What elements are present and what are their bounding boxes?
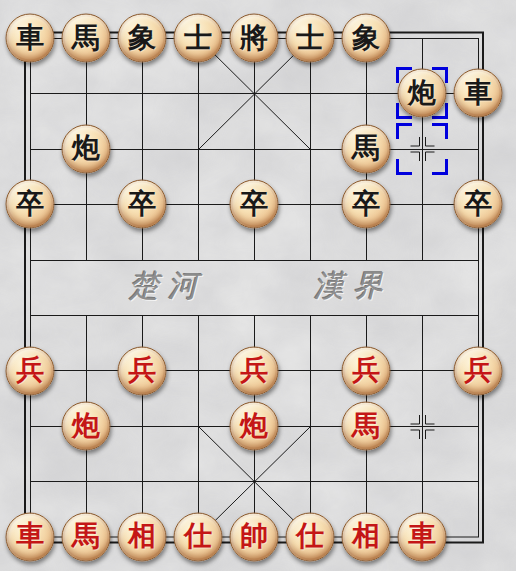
piece-red-advisor[interactable]: 仕 [174,512,223,561]
piece-black-soldier[interactable]: 卒 [454,180,503,229]
piece-character: 車 [16,23,44,51]
piece-character: 卒 [16,189,44,217]
piece-character: 仕 [296,522,324,550]
piece-character: 帥 [240,522,268,550]
piece-character: 卒 [352,189,380,217]
piece-black-general[interactable]: 將 [230,14,279,63]
piece-character: 車 [16,522,44,550]
piece-character: 車 [408,522,436,550]
piece-black-chariot[interactable]: 車 [6,14,55,63]
piece-character: 士 [184,23,212,51]
piece-black-elephant[interactable]: 象 [118,14,167,63]
piece-black-soldier[interactable]: 卒 [230,180,279,229]
piece-black-soldier[interactable]: 卒 [118,180,167,229]
piece-red-elephant[interactable]: 相 [342,512,391,561]
piece-black-cannon[interactable]: 炮 [398,69,447,118]
piece-red-soldier[interactable]: 兵 [118,346,167,395]
piece-red-soldier[interactable]: 兵 [6,346,55,395]
piece-character: 象 [128,23,156,51]
piece-red-general[interactable]: 帥 [230,512,279,561]
last-move-bracket [396,123,448,175]
piece-character: 兵 [16,356,44,384]
piece-black-advisor[interactable]: 士 [174,14,223,63]
piece-character: 將 [240,23,268,51]
piece-character: 相 [128,522,156,550]
piece-character: 兵 [128,356,156,384]
piece-black-horse[interactable]: 馬 [342,124,391,173]
piece-character: 卒 [464,189,492,217]
piece-black-chariot[interactable]: 車 [454,69,503,118]
piece-red-chariot[interactable]: 車 [398,512,447,561]
piece-character: 兵 [240,356,268,384]
piece-red-horse[interactable]: 馬 [62,512,111,561]
piece-black-horse[interactable]: 馬 [62,14,111,63]
piece-character: 兵 [352,356,380,384]
piece-red-horse[interactable]: 馬 [342,402,391,451]
piece-character: 士 [296,23,324,51]
piece-character: 車 [464,78,492,106]
piece-character: 相 [352,522,380,550]
piece-character: 馬 [72,522,100,550]
piece-character: 馬 [352,411,380,439]
piece-black-advisor[interactable]: 士 [286,14,335,63]
piece-character: 卒 [240,189,268,217]
piece-character: 仕 [184,522,212,550]
piece-black-cannon[interactable]: 炮 [62,124,111,173]
piece-character: 馬 [72,23,100,51]
piece-red-cannon[interactable]: 炮 [62,402,111,451]
piece-red-soldier[interactable]: 兵 [342,346,391,395]
piece-character: 炮 [72,134,100,162]
piece-red-soldier[interactable]: 兵 [230,346,279,395]
piece-black-elephant[interactable]: 象 [342,14,391,63]
piece-red-chariot[interactable]: 車 [6,512,55,561]
piece-red-elephant[interactable]: 相 [118,512,167,561]
piece-character: 卒 [128,189,156,217]
piece-character: 炮 [240,411,268,439]
board[interactable]: 車馬象士將士象炮車炮馬卒卒卒卒卒兵兵兵兵兵炮炮馬車馬相仕帥仕相車 [2,10,506,564]
piece-red-soldier[interactable]: 兵 [454,346,503,395]
piece-black-soldier[interactable]: 卒 [6,180,55,229]
piece-black-soldier[interactable]: 卒 [342,180,391,229]
piece-red-advisor[interactable]: 仕 [286,512,335,561]
piece-character: 兵 [464,356,492,384]
piece-red-cannon[interactable]: 炮 [230,402,279,451]
piece-character: 炮 [72,411,100,439]
piece-character: 象 [352,23,380,51]
piece-character: 馬 [352,134,380,162]
piece-character: 炮 [408,78,436,106]
